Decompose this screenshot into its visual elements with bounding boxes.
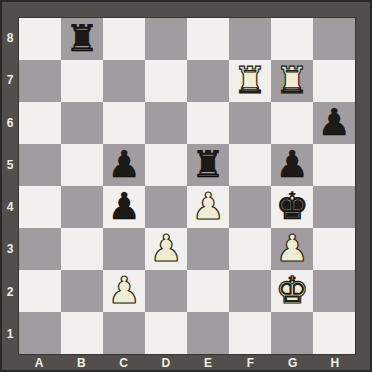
square-f3[interactable] — [229, 228, 271, 270]
chess-board: ♜︎♜︎♜︎♟︎♟︎♜︎♟︎♟︎♟︎♚︎♟︎♟︎♟︎♚︎ — [18, 17, 356, 355]
square-f8[interactable] — [229, 18, 271, 60]
square-h4[interactable] — [313, 186, 355, 228]
square-b3[interactable] — [61, 228, 103, 270]
square-b1[interactable] — [61, 312, 103, 354]
square-a2[interactable] — [19, 270, 61, 312]
square-d2[interactable] — [145, 270, 187, 312]
square-a7[interactable] — [19, 60, 61, 102]
rank-label-7: 7 — [2, 59, 18, 101]
square-e8[interactable] — [187, 18, 229, 60]
file-label-h: H — [314, 355, 356, 370]
square-c1[interactable] — [103, 312, 145, 354]
file-label-f: F — [229, 355, 271, 370]
square-e3[interactable] — [187, 228, 229, 270]
square-c7[interactable] — [103, 60, 145, 102]
file-label-b: B — [60, 355, 102, 370]
square-h1[interactable] — [313, 312, 355, 354]
square-d3[interactable]: ♟︎ — [145, 228, 187, 270]
rank-label-3: 3 — [2, 228, 18, 270]
square-h2[interactable] — [313, 270, 355, 312]
piece-black-king[interactable]: ♚︎ — [275, 186, 308, 228]
square-e2[interactable] — [187, 270, 229, 312]
rank-labels: 87654321 — [2, 17, 18, 355]
square-g3[interactable]: ♟︎ — [271, 228, 313, 270]
piece-white-pawn[interactable]: ♟︎ — [149, 228, 182, 270]
square-c2[interactable]: ♟︎ — [103, 270, 145, 312]
piece-white-rook[interactable]: ♜︎ — [233, 60, 266, 102]
rank-label-8: 8 — [2, 17, 18, 59]
square-f4[interactable] — [229, 186, 271, 228]
piece-white-pawn[interactable]: ♟︎ — [275, 228, 308, 270]
square-b6[interactable] — [61, 102, 103, 144]
rank-label-1: 1 — [2, 313, 18, 355]
square-g4[interactable]: ♚︎ — [271, 186, 313, 228]
square-h3[interactable] — [313, 228, 355, 270]
rank-label-5: 5 — [2, 144, 18, 186]
piece-white-rook[interactable]: ♜︎ — [275, 60, 308, 102]
square-g5[interactable]: ♟︎ — [271, 144, 313, 186]
square-a5[interactable] — [19, 144, 61, 186]
file-label-g: G — [272, 355, 314, 370]
square-d7[interactable] — [145, 60, 187, 102]
square-e5[interactable]: ♜︎ — [187, 144, 229, 186]
piece-black-pawn[interactable]: ♟︎ — [107, 186, 140, 228]
square-c5[interactable]: ♟︎ — [103, 144, 145, 186]
square-a8[interactable] — [19, 18, 61, 60]
piece-white-pawn[interactable]: ♟︎ — [107, 270, 140, 312]
square-d4[interactable] — [145, 186, 187, 228]
piece-black-pawn[interactable]: ♟︎ — [107, 144, 140, 186]
square-h6[interactable]: ♟︎ — [313, 102, 355, 144]
piece-white-king[interactable]: ♚︎ — [275, 270, 308, 312]
square-e1[interactable] — [187, 312, 229, 354]
square-g8[interactable] — [271, 18, 313, 60]
square-e4[interactable]: ♟︎ — [187, 186, 229, 228]
file-label-d: D — [145, 355, 187, 370]
square-a4[interactable] — [19, 186, 61, 228]
square-g7[interactable]: ♜︎ — [271, 60, 313, 102]
square-b7[interactable] — [61, 60, 103, 102]
square-h5[interactable] — [313, 144, 355, 186]
square-h8[interactable] — [313, 18, 355, 60]
piece-black-rook[interactable]: ♜︎ — [65, 18, 98, 60]
square-f6[interactable] — [229, 102, 271, 144]
square-b2[interactable] — [61, 270, 103, 312]
square-d8[interactable] — [145, 18, 187, 60]
square-f1[interactable] — [229, 312, 271, 354]
square-g1[interactable] — [271, 312, 313, 354]
piece-white-pawn[interactable]: ♟︎ — [191, 186, 224, 228]
square-a1[interactable] — [19, 312, 61, 354]
square-a6[interactable] — [19, 102, 61, 144]
chess-board-frame: 87654321 ♜︎♜︎♜︎♟︎♟︎♜︎♟︎♟︎♟︎♚︎♟︎♟︎♟︎♚︎ AB… — [0, 0, 372, 372]
square-e7[interactable] — [187, 60, 229, 102]
piece-black-rook[interactable]: ♜︎ — [191, 144, 224, 186]
square-f2[interactable] — [229, 270, 271, 312]
file-label-e: E — [187, 355, 229, 370]
square-c3[interactable] — [103, 228, 145, 270]
square-f5[interactable] — [229, 144, 271, 186]
square-g2[interactable]: ♚︎ — [271, 270, 313, 312]
file-labels: ABCDEFGH — [18, 355, 356, 370]
square-b8[interactable]: ♜︎ — [61, 18, 103, 60]
square-b5[interactable] — [61, 144, 103, 186]
file-label-a: A — [18, 355, 60, 370]
rank-label-2: 2 — [2, 271, 18, 313]
square-b4[interactable] — [61, 186, 103, 228]
square-h7[interactable] — [313, 60, 355, 102]
square-d6[interactable] — [145, 102, 187, 144]
square-c8[interactable] — [103, 18, 145, 60]
square-c4[interactable]: ♟︎ — [103, 186, 145, 228]
piece-black-pawn[interactable]: ♟︎ — [275, 144, 308, 186]
file-label-c: C — [103, 355, 145, 370]
square-d5[interactable] — [145, 144, 187, 186]
square-f7[interactable]: ♜︎ — [229, 60, 271, 102]
square-g6[interactable] — [271, 102, 313, 144]
rank-label-6: 6 — [2, 102, 18, 144]
piece-black-pawn[interactable]: ♟︎ — [317, 102, 350, 144]
square-c6[interactable] — [103, 102, 145, 144]
rank-label-4: 4 — [2, 186, 18, 228]
square-d1[interactable] — [145, 312, 187, 354]
square-a3[interactable] — [19, 228, 61, 270]
square-e6[interactable] — [187, 102, 229, 144]
